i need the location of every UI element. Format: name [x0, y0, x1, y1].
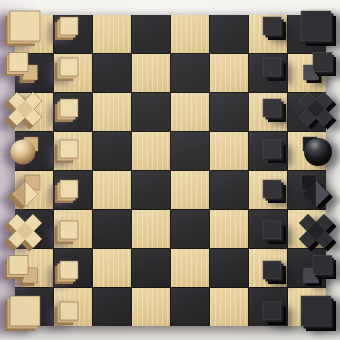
square-g5[interactable]: [171, 249, 209, 287]
piece-black-pawn: [253, 49, 291, 87]
square-f3[interactable]: [93, 210, 131, 248]
square-d3[interactable]: [93, 132, 131, 170]
piece-black-knight: [297, 49, 335, 87]
piece-black-rook: [297, 293, 335, 331]
square-c1[interactable]: [15, 93, 53, 131]
square-a1[interactable]: [15, 15, 53, 53]
square-f2[interactable]: [54, 210, 92, 248]
piece-black-pawn: [253, 90, 291, 128]
square-e7[interactable]: [249, 171, 287, 209]
piece-white-bishop: [6, 90, 44, 128]
piece-black-queen: [297, 131, 335, 169]
square-e1[interactable]: [15, 171, 53, 209]
piece-black-rook: [297, 8, 335, 46]
square-a7[interactable]: [249, 15, 287, 53]
square-a5[interactable]: [171, 15, 209, 53]
square-e3[interactable]: [93, 171, 131, 209]
square-f4[interactable]: [132, 210, 170, 248]
square-c3[interactable]: [93, 93, 131, 131]
piece-black-pawn: [253, 252, 291, 290]
square-h3[interactable]: [93, 288, 131, 326]
square-g1[interactable]: [15, 249, 53, 287]
piece-white-knight: [6, 49, 44, 87]
square-f1[interactable]: [15, 210, 53, 248]
piece-black-knight: [297, 252, 335, 290]
square-c6[interactable]: [210, 93, 248, 131]
square-g8[interactable]: [288, 249, 326, 287]
piece-black-pawn: [253, 171, 291, 209]
square-e6[interactable]: [210, 171, 248, 209]
square-c4[interactable]: [132, 93, 170, 131]
square-d6[interactable]: [210, 132, 248, 170]
piece-white-pawn: [50, 131, 88, 169]
piece-white-bishop: [6, 212, 44, 250]
square-g4[interactable]: [132, 249, 170, 287]
square-h2[interactable]: [54, 288, 92, 326]
square-b5[interactable]: [171, 54, 209, 92]
piece-white-pawn: [50, 171, 88, 209]
piece-black-bishop: [297, 90, 335, 128]
piece-black-pawn: [253, 293, 291, 331]
square-d5[interactable]: [171, 132, 209, 170]
square-e8[interactable]: [288, 171, 326, 209]
chess-board: [15, 15, 326, 326]
square-h5[interactable]: [171, 288, 209, 326]
piece-white-king: [6, 171, 44, 209]
piece-white-queen: [6, 131, 44, 169]
table-scene: [0, 0, 340, 340]
piece-black-pawn: [253, 131, 291, 169]
square-h4[interactable]: [132, 288, 170, 326]
piece-black-king: [297, 171, 335, 209]
square-f8[interactable]: [288, 210, 326, 248]
square-b7[interactable]: [249, 54, 287, 92]
square-e5[interactable]: [171, 171, 209, 209]
piece-black-bishop: [297, 212, 335, 250]
square-b4[interactable]: [132, 54, 170, 92]
square-f7[interactable]: [249, 210, 287, 248]
piece-white-pawn: [50, 49, 88, 87]
square-d1[interactable]: [15, 132, 53, 170]
piece-black-pawn: [253, 212, 291, 250]
square-b2[interactable]: [54, 54, 92, 92]
piece-black-pawn: [253, 8, 291, 46]
square-h8[interactable]: [288, 288, 326, 326]
square-g2[interactable]: [54, 249, 92, 287]
square-f6[interactable]: [210, 210, 248, 248]
square-d8[interactable]: [288, 132, 326, 170]
square-b1[interactable]: [15, 54, 53, 92]
piece-white-knight: [6, 252, 44, 290]
square-g3[interactable]: [93, 249, 131, 287]
piece-white-pawn: [50, 90, 88, 128]
square-c5[interactable]: [171, 93, 209, 131]
square-h1[interactable]: [15, 288, 53, 326]
square-b3[interactable]: [93, 54, 131, 92]
square-c8[interactable]: [288, 93, 326, 131]
square-d7[interactable]: [249, 132, 287, 170]
piece-white-pawn: [50, 252, 88, 290]
square-a4[interactable]: [132, 15, 170, 53]
square-g6[interactable]: [210, 249, 248, 287]
square-c7[interactable]: [249, 93, 287, 131]
square-h6[interactable]: [210, 288, 248, 326]
square-f5[interactable]: [171, 210, 209, 248]
piece-white-rook: [6, 8, 44, 46]
square-e4[interactable]: [132, 171, 170, 209]
square-a2[interactable]: [54, 15, 92, 53]
square-d2[interactable]: [54, 132, 92, 170]
square-e2[interactable]: [54, 171, 92, 209]
piece-white-pawn: [50, 212, 88, 250]
square-a8[interactable]: [288, 15, 326, 53]
square-h7[interactable]: [249, 288, 287, 326]
piece-white-pawn: [50, 8, 88, 46]
square-a3[interactable]: [93, 15, 131, 53]
square-b8[interactable]: [288, 54, 326, 92]
square-d4[interactable]: [132, 132, 170, 170]
square-c2[interactable]: [54, 93, 92, 131]
square-g7[interactable]: [249, 249, 287, 287]
piece-white-rook: [6, 293, 44, 331]
square-a6[interactable]: [210, 15, 248, 53]
piece-white-pawn: [50, 293, 88, 331]
square-b6[interactable]: [210, 54, 248, 92]
